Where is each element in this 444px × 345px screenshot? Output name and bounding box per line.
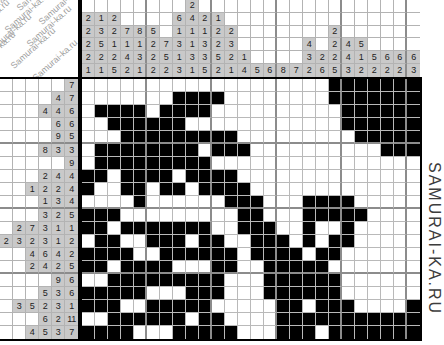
grid-cell[interactable] — [82, 118, 95, 131]
grid-cell[interactable] — [238, 131, 251, 144]
grid-cell[interactable] — [277, 222, 290, 235]
grid-cell[interactable] — [82, 79, 95, 92]
grid-cell[interactable] — [394, 222, 407, 235]
grid-cell[interactable] — [316, 79, 329, 92]
grid-cell[interactable] — [147, 92, 160, 105]
grid-cell[interactable] — [134, 92, 147, 105]
grid-cell[interactable] — [407, 157, 420, 170]
grid-cell[interactable] — [82, 326, 95, 339]
grid-cell[interactable] — [121, 92, 134, 105]
grid-cell[interactable] — [329, 131, 342, 144]
grid-cell[interactable] — [342, 170, 355, 183]
grid-cell[interactable] — [394, 274, 407, 287]
grid-cell[interactable] — [355, 287, 368, 300]
grid-cell[interactable] — [82, 92, 95, 105]
grid-cell[interactable] — [394, 326, 407, 339]
grid-cell[interactable] — [173, 170, 186, 183]
grid-cell[interactable] — [134, 300, 147, 313]
grid-cell[interactable] — [251, 157, 264, 170]
grid-cell[interactable] — [95, 144, 108, 157]
grid-cell[interactable] — [147, 79, 160, 92]
grid-cell[interactable] — [381, 118, 394, 131]
grid-cell[interactable] — [95, 274, 108, 287]
grid-cell[interactable] — [316, 287, 329, 300]
grid-cell[interactable] — [329, 300, 342, 313]
grid-cell[interactable] — [160, 248, 173, 261]
grid-cell[interactable] — [199, 170, 212, 183]
grid-cell[interactable] — [264, 326, 277, 339]
grid-cell[interactable] — [329, 261, 342, 274]
grid-cell[interactable] — [355, 157, 368, 170]
grid-cell[interactable] — [277, 209, 290, 222]
grid-cell[interactable] — [290, 183, 303, 196]
grid-cell[interactable] — [225, 157, 238, 170]
grid-cell[interactable] — [316, 261, 329, 274]
grid-cell[interactable] — [342, 326, 355, 339]
grid-cell[interactable] — [381, 235, 394, 248]
grid-cell[interactable] — [199, 209, 212, 222]
grid-cell[interactable] — [108, 131, 121, 144]
grid-cell[interactable] — [160, 235, 173, 248]
grid-cell[interactable] — [368, 300, 381, 313]
grid-cell[interactable] — [238, 118, 251, 131]
grid-cell[interactable] — [329, 92, 342, 105]
grid-cell[interactable] — [368, 287, 381, 300]
grid-cell[interactable] — [329, 313, 342, 326]
grid-cell[interactable] — [329, 118, 342, 131]
grid-cell[interactable] — [147, 222, 160, 235]
grid-cell[interactable] — [264, 131, 277, 144]
grid-cell[interactable] — [251, 300, 264, 313]
grid-cell[interactable] — [134, 261, 147, 274]
grid-cell[interactable] — [186, 79, 199, 92]
grid-cell[interactable] — [212, 157, 225, 170]
grid-cell[interactable] — [264, 261, 277, 274]
grid-cell[interactable] — [290, 157, 303, 170]
grid-cell[interactable] — [238, 79, 251, 92]
grid-cell[interactable] — [394, 79, 407, 92]
grid-cell[interactable] — [225, 326, 238, 339]
grid-cell[interactable] — [108, 105, 121, 118]
grid-cell[interactable] — [381, 92, 394, 105]
grid-cell[interactable] — [316, 313, 329, 326]
grid-cell[interactable] — [160, 79, 173, 92]
grid-cell[interactable] — [134, 235, 147, 248]
grid-cell[interactable] — [160, 287, 173, 300]
grid-cell[interactable] — [342, 287, 355, 300]
grid-cell[interactable] — [329, 209, 342, 222]
grid-cell[interactable] — [95, 313, 108, 326]
grid-cell[interactable] — [368, 261, 381, 274]
grid-cell[interactable] — [186, 235, 199, 248]
grid-cell[interactable] — [342, 235, 355, 248]
grid-cell[interactable] — [134, 287, 147, 300]
grid-cell[interactable] — [147, 157, 160, 170]
grid-cell[interactable] — [303, 196, 316, 209]
grid-cell[interactable] — [381, 170, 394, 183]
grid-cell[interactable] — [160, 170, 173, 183]
grid-cell[interactable] — [82, 261, 95, 274]
grid-cell[interactable] — [225, 131, 238, 144]
grid-cell[interactable] — [108, 118, 121, 131]
grid-cell[interactable] — [238, 196, 251, 209]
grid-cell[interactable] — [121, 261, 134, 274]
grid-cell[interactable] — [381, 196, 394, 209]
grid-cell[interactable] — [355, 209, 368, 222]
grid-cell[interactable] — [355, 326, 368, 339]
grid-cell[interactable] — [303, 248, 316, 261]
grid-cell[interactable] — [212, 222, 225, 235]
grid-cell[interactable] — [407, 144, 420, 157]
grid-cell[interactable] — [212, 131, 225, 144]
grid-cell[interactable] — [82, 144, 95, 157]
grid-cell[interactable] — [368, 118, 381, 131]
grid-cell[interactable] — [290, 287, 303, 300]
grid-cell[interactable] — [108, 300, 121, 313]
grid-cell[interactable] — [251, 196, 264, 209]
grid-cell[interactable] — [407, 300, 420, 313]
grid-cell[interactable] — [173, 144, 186, 157]
grid-cell[interactable] — [407, 131, 420, 144]
grid-cell[interactable] — [212, 170, 225, 183]
grid-cell[interactable] — [303, 300, 316, 313]
grid-cell[interactable] — [225, 105, 238, 118]
grid-cell[interactable] — [303, 287, 316, 300]
grid-cell[interactable] — [212, 326, 225, 339]
grid-cell[interactable] — [277, 326, 290, 339]
grid-cell[interactable] — [355, 105, 368, 118]
grid-cell[interactable] — [407, 248, 420, 261]
grid-cell[interactable] — [147, 183, 160, 196]
grid-cell[interactable] — [238, 157, 251, 170]
grid-cell[interactable] — [199, 183, 212, 196]
grid-cell[interactable] — [199, 105, 212, 118]
grid-cell[interactable] — [251, 248, 264, 261]
grid-cell[interactable] — [303, 105, 316, 118]
grid-cell[interactable] — [381, 313, 394, 326]
grid-cell[interactable] — [173, 209, 186, 222]
grid-cell[interactable] — [82, 183, 95, 196]
grid-cell[interactable] — [342, 183, 355, 196]
grid-cell[interactable] — [264, 157, 277, 170]
grid-cell[interactable] — [173, 313, 186, 326]
grid-cell[interactable] — [303, 157, 316, 170]
grid-cell[interactable] — [342, 248, 355, 261]
grid-cell[interactable] — [303, 170, 316, 183]
grid-cell[interactable] — [368, 222, 381, 235]
grid-cell[interactable] — [251, 261, 264, 274]
grid-cell[interactable] — [199, 235, 212, 248]
grid-cell[interactable] — [225, 235, 238, 248]
grid-cell[interactable] — [173, 300, 186, 313]
grid-cell[interactable] — [199, 196, 212, 209]
grid-cell[interactable] — [381, 131, 394, 144]
grid-cell[interactable] — [199, 248, 212, 261]
grid-cell[interactable] — [225, 209, 238, 222]
grid-cell[interactable] — [290, 235, 303, 248]
grid-cell[interactable] — [368, 196, 381, 209]
grid-cell[interactable] — [329, 196, 342, 209]
grid-cell[interactable] — [394, 170, 407, 183]
grid-cell[interactable] — [108, 313, 121, 326]
grid-cell[interactable] — [238, 105, 251, 118]
grid-cell[interactable] — [277, 170, 290, 183]
grid-cell[interactable] — [212, 118, 225, 131]
grid-cell[interactable] — [251, 79, 264, 92]
grid-cell[interactable] — [147, 248, 160, 261]
grid-cell[interactable] — [316, 170, 329, 183]
grid-cell[interactable] — [303, 235, 316, 248]
grid-cell[interactable] — [82, 209, 95, 222]
grid-cell[interactable] — [355, 313, 368, 326]
grid-cell[interactable] — [251, 274, 264, 287]
grid-cell[interactable] — [251, 287, 264, 300]
grid-cell[interactable] — [186, 105, 199, 118]
grid-cell[interactable] — [95, 326, 108, 339]
grid-cell[interactable] — [225, 144, 238, 157]
grid-cell[interactable] — [368, 105, 381, 118]
grid-cell[interactable] — [225, 118, 238, 131]
grid-cell[interactable] — [199, 144, 212, 157]
grid-cell[interactable] — [342, 222, 355, 235]
grid-cell[interactable] — [199, 274, 212, 287]
grid-cell[interactable] — [251, 235, 264, 248]
grid-cell[interactable] — [394, 131, 407, 144]
grid-cell[interactable] — [329, 326, 342, 339]
grid-cell[interactable] — [160, 261, 173, 274]
grid-cell[interactable] — [381, 183, 394, 196]
grid-cell[interactable] — [147, 274, 160, 287]
grid-cell[interactable] — [238, 222, 251, 235]
grid-cell[interactable] — [186, 248, 199, 261]
grid-cell[interactable] — [95, 209, 108, 222]
grid-cell[interactable] — [212, 300, 225, 313]
grid-cell[interactable] — [134, 144, 147, 157]
grid-cell[interactable] — [277, 274, 290, 287]
grid-cell[interactable] — [212, 183, 225, 196]
grid-cell[interactable] — [381, 105, 394, 118]
grid-cell[interactable] — [329, 183, 342, 196]
grid-cell[interactable] — [212, 235, 225, 248]
grid-cell[interactable] — [394, 261, 407, 274]
grid-cell[interactable] — [160, 157, 173, 170]
grid-cell[interactable] — [264, 248, 277, 261]
grid-cell[interactable] — [160, 92, 173, 105]
grid-cell[interactable] — [238, 248, 251, 261]
grid-cell[interactable] — [134, 196, 147, 209]
grid-cell[interactable] — [108, 274, 121, 287]
grid-cell[interactable] — [134, 118, 147, 131]
grid-cell[interactable] — [147, 313, 160, 326]
grid-cell[interactable] — [277, 313, 290, 326]
grid-cell[interactable] — [108, 196, 121, 209]
grid-cell[interactable] — [160, 196, 173, 209]
grid-cell[interactable] — [355, 131, 368, 144]
grid-cell[interactable] — [394, 209, 407, 222]
grid-cell[interactable] — [173, 183, 186, 196]
grid-cell[interactable] — [108, 183, 121, 196]
grid-cell[interactable] — [134, 170, 147, 183]
grid-cell[interactable] — [277, 157, 290, 170]
grid-cell[interactable] — [238, 144, 251, 157]
grid-cell[interactable] — [368, 274, 381, 287]
grid-cell[interactable] — [407, 79, 420, 92]
grid-cell[interactable] — [147, 261, 160, 274]
grid-cell[interactable] — [121, 235, 134, 248]
grid-cell[interactable] — [95, 79, 108, 92]
grid-cell[interactable] — [238, 326, 251, 339]
grid-cell[interactable] — [147, 235, 160, 248]
grid-cell[interactable] — [134, 131, 147, 144]
grid-cell[interactable] — [394, 235, 407, 248]
grid-cell[interactable] — [238, 183, 251, 196]
grid-cell[interactable] — [108, 235, 121, 248]
grid-cell[interactable] — [316, 326, 329, 339]
grid-cell[interactable] — [82, 235, 95, 248]
grid-cell[interactable] — [238, 209, 251, 222]
grid-cell[interactable] — [173, 196, 186, 209]
grid-cell[interactable] — [160, 105, 173, 118]
grid-cell[interactable] — [355, 235, 368, 248]
grid-cell[interactable] — [355, 196, 368, 209]
grid-cell[interactable] — [199, 131, 212, 144]
grid-cell[interactable] — [290, 79, 303, 92]
grid-cell[interactable] — [368, 92, 381, 105]
grid-cell[interactable] — [290, 196, 303, 209]
grid-cell[interactable] — [329, 170, 342, 183]
grid-cell[interactable] — [355, 92, 368, 105]
grid-cell[interactable] — [355, 144, 368, 157]
grid-cell[interactable] — [368, 313, 381, 326]
grid-cell[interactable] — [303, 92, 316, 105]
grid-cell[interactable] — [199, 326, 212, 339]
grid-cell[interactable] — [407, 235, 420, 248]
grid-cell[interactable] — [238, 287, 251, 300]
grid-cell[interactable] — [264, 209, 277, 222]
grid-cell[interactable] — [186, 183, 199, 196]
grid-cell[interactable] — [199, 92, 212, 105]
grid-cell[interactable] — [212, 261, 225, 274]
grid-cell[interactable] — [212, 274, 225, 287]
grid-cell[interactable] — [407, 274, 420, 287]
grid-cell[interactable] — [407, 261, 420, 274]
grid-cell[interactable] — [407, 196, 420, 209]
grid-cell[interactable] — [381, 222, 394, 235]
grid-cell[interactable] — [316, 144, 329, 157]
grid-cell[interactable] — [368, 183, 381, 196]
grid-cell[interactable] — [121, 170, 134, 183]
grid-cell[interactable] — [316, 92, 329, 105]
grid-cell[interactable] — [108, 287, 121, 300]
grid-cell[interactable] — [173, 92, 186, 105]
grid-cell[interactable] — [329, 79, 342, 92]
grid-cell[interactable] — [407, 326, 420, 339]
grid-cell[interactable] — [186, 261, 199, 274]
grid-cell[interactable] — [290, 248, 303, 261]
grid-cell[interactable] — [173, 261, 186, 274]
grid-cell[interactable] — [381, 209, 394, 222]
grid-cell[interactable] — [368, 144, 381, 157]
grid-cell[interactable] — [173, 157, 186, 170]
grid-cell[interactable] — [251, 92, 264, 105]
grid-cell[interactable] — [121, 118, 134, 131]
grid-cell[interactable] — [316, 248, 329, 261]
grid-cell[interactable] — [407, 118, 420, 131]
grid-cell[interactable] — [355, 118, 368, 131]
grid-cell[interactable] — [277, 105, 290, 118]
grid-cell[interactable] — [290, 209, 303, 222]
grid-cell[interactable] — [329, 287, 342, 300]
grid-cell[interactable] — [82, 131, 95, 144]
grid-cell[interactable] — [173, 248, 186, 261]
grid-cell[interactable] — [186, 287, 199, 300]
grid-cell[interactable] — [316, 274, 329, 287]
grid-cell[interactable] — [95, 183, 108, 196]
grid-cell[interactable] — [277, 196, 290, 209]
grid-cell[interactable] — [82, 287, 95, 300]
grid-cell[interactable] — [290, 313, 303, 326]
grid-cell[interactable] — [173, 326, 186, 339]
grid-cell[interactable] — [147, 144, 160, 157]
grid-cell[interactable] — [381, 274, 394, 287]
grid-cell[interactable] — [186, 144, 199, 157]
grid-cell[interactable] — [134, 183, 147, 196]
grid-cell[interactable] — [121, 196, 134, 209]
grid-cell[interactable] — [212, 248, 225, 261]
grid-cell[interactable] — [186, 313, 199, 326]
grid-cell[interactable] — [342, 300, 355, 313]
grid-cell[interactable] — [121, 79, 134, 92]
grid-cell[interactable] — [264, 105, 277, 118]
grid-cell[interactable] — [394, 144, 407, 157]
grid-cell[interactable] — [394, 300, 407, 313]
grid-cell[interactable] — [342, 131, 355, 144]
grid-cell[interactable] — [238, 300, 251, 313]
grid-cell[interactable] — [264, 170, 277, 183]
grid-cell[interactable] — [381, 300, 394, 313]
grid-cell[interactable] — [147, 326, 160, 339]
grid-cell[interactable] — [277, 300, 290, 313]
grid-cell[interactable] — [290, 300, 303, 313]
grid-cell[interactable] — [394, 183, 407, 196]
grid-cell[interactable] — [121, 313, 134, 326]
grid-cell[interactable] — [95, 300, 108, 313]
grid-cell[interactable] — [368, 235, 381, 248]
grid-cell[interactable] — [147, 287, 160, 300]
grid-cell[interactable] — [264, 196, 277, 209]
grid-cell[interactable] — [238, 274, 251, 287]
grid-cell[interactable] — [329, 144, 342, 157]
grid-cell[interactable] — [381, 157, 394, 170]
grid-cell[interactable] — [186, 222, 199, 235]
grid-cell[interactable] — [342, 105, 355, 118]
grid-cell[interactable] — [394, 248, 407, 261]
grid-cell[interactable] — [238, 313, 251, 326]
grid-cell[interactable] — [108, 248, 121, 261]
grid-cell[interactable] — [160, 144, 173, 157]
grid-cell[interactable] — [303, 118, 316, 131]
grid-cell[interactable] — [108, 92, 121, 105]
grid-cell[interactable] — [355, 183, 368, 196]
grid-cell[interactable] — [95, 287, 108, 300]
grid-cell[interactable] — [95, 131, 108, 144]
grid-cell[interactable] — [381, 248, 394, 261]
grid-cell[interactable] — [186, 300, 199, 313]
grid-cell[interactable] — [290, 326, 303, 339]
grid-cell[interactable] — [264, 287, 277, 300]
grid-cell[interactable] — [212, 313, 225, 326]
grid-cell[interactable] — [316, 196, 329, 209]
